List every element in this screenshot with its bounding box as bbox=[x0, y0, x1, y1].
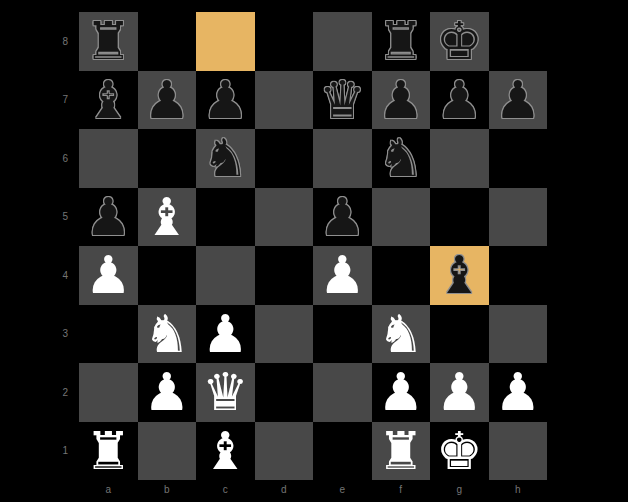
square-e6[interactable] bbox=[313, 129, 372, 188]
rank-label-5: 5 bbox=[54, 188, 74, 247]
square-c3[interactable]: ♟ bbox=[196, 305, 255, 364]
square-c5[interactable] bbox=[196, 188, 255, 247]
square-b4[interactable] bbox=[138, 246, 197, 305]
square-g5[interactable] bbox=[430, 188, 489, 247]
square-h5[interactable] bbox=[489, 188, 548, 247]
white-pawn[interactable]: ♟ bbox=[202, 305, 249, 364]
square-e2[interactable] bbox=[313, 363, 372, 422]
square-a3[interactable] bbox=[79, 305, 138, 364]
square-d8[interactable] bbox=[255, 12, 314, 71]
square-g4[interactable]: ♝ bbox=[430, 246, 489, 305]
white-knight[interactable]: ♞ bbox=[377, 305, 424, 364]
square-a4[interactable]: ♟ bbox=[79, 246, 138, 305]
square-b3[interactable]: ♞ bbox=[138, 305, 197, 364]
square-c7[interactable]: ♟ bbox=[196, 71, 255, 130]
square-g7[interactable]: ♟ bbox=[430, 71, 489, 130]
file-label-h: h bbox=[489, 480, 548, 498]
white-bishop[interactable]: ♝ bbox=[143, 188, 190, 247]
square-a2[interactable] bbox=[79, 363, 138, 422]
square-h2[interactable]: ♟ bbox=[489, 363, 548, 422]
square-h3[interactable] bbox=[489, 305, 548, 364]
rank-labels: 87654321 bbox=[54, 12, 74, 480]
square-f3[interactable]: ♞ bbox=[372, 305, 431, 364]
black-pawn[interactable]: ♟ bbox=[143, 71, 190, 130]
square-f8[interactable]: ♜ bbox=[372, 12, 431, 71]
black-pawn[interactable]: ♟ bbox=[436, 71, 483, 130]
square-e8[interactable] bbox=[313, 12, 372, 71]
square-c8[interactable] bbox=[196, 12, 255, 71]
square-d2[interactable] bbox=[255, 363, 314, 422]
square-c1[interactable]: ♝ bbox=[196, 422, 255, 481]
square-c4[interactable] bbox=[196, 246, 255, 305]
square-d1[interactable] bbox=[255, 422, 314, 481]
rank-label-7: 7 bbox=[54, 71, 74, 130]
white-pawn[interactable]: ♟ bbox=[377, 363, 424, 422]
file-label-a: a bbox=[79, 480, 138, 498]
square-e7[interactable]: ♛ bbox=[313, 71, 372, 130]
square-f6[interactable]: ♞ bbox=[372, 129, 431, 188]
file-label-e: e bbox=[313, 480, 372, 498]
square-f5[interactable] bbox=[372, 188, 431, 247]
black-rook[interactable]: ♜ bbox=[85, 12, 132, 71]
rank-label-8: 8 bbox=[54, 12, 74, 71]
square-d4[interactable] bbox=[255, 246, 314, 305]
white-bishop[interactable]: ♝ bbox=[202, 422, 249, 481]
square-h4[interactable] bbox=[489, 246, 548, 305]
square-c2[interactable]: ♛ bbox=[196, 363, 255, 422]
square-g3[interactable] bbox=[430, 305, 489, 364]
file-label-d: d bbox=[255, 480, 314, 498]
square-b7[interactable]: ♟ bbox=[138, 71, 197, 130]
square-f7[interactable]: ♟ bbox=[372, 71, 431, 130]
square-b2[interactable]: ♟ bbox=[138, 363, 197, 422]
square-e1[interactable] bbox=[313, 422, 372, 481]
black-pawn[interactable]: ♟ bbox=[202, 71, 249, 130]
black-queen[interactable]: ♛ bbox=[319, 71, 366, 130]
white-pawn[interactable]: ♟ bbox=[319, 246, 366, 305]
black-knight[interactable]: ♞ bbox=[377, 129, 424, 188]
white-rook[interactable]: ♜ bbox=[85, 422, 132, 481]
square-h6[interactable] bbox=[489, 129, 548, 188]
square-d3[interactable] bbox=[255, 305, 314, 364]
black-knight[interactable]: ♞ bbox=[202, 129, 249, 188]
square-f1[interactable]: ♜ bbox=[372, 422, 431, 481]
square-a7[interactable]: ♝ bbox=[79, 71, 138, 130]
black-king[interactable]: ♚ bbox=[436, 12, 483, 71]
rank-label-1: 1 bbox=[54, 422, 74, 481]
square-e5[interactable]: ♟ bbox=[313, 188, 372, 247]
square-g2[interactable]: ♟ bbox=[430, 363, 489, 422]
square-a1[interactable]: ♜ bbox=[79, 422, 138, 481]
rank-label-6: 6 bbox=[54, 129, 74, 188]
black-pawn[interactable]: ♟ bbox=[85, 188, 132, 247]
square-h8[interactable] bbox=[489, 12, 548, 71]
square-e4[interactable]: ♟ bbox=[313, 246, 372, 305]
square-b5[interactable]: ♝ bbox=[138, 188, 197, 247]
file-labels: abcdefgh bbox=[79, 480, 547, 498]
file-label-c: c bbox=[196, 480, 255, 498]
white-pawn[interactable]: ♟ bbox=[143, 363, 190, 422]
square-g6[interactable] bbox=[430, 129, 489, 188]
black-pawn[interactable]: ♟ bbox=[319, 188, 366, 247]
square-a6[interactable] bbox=[79, 129, 138, 188]
white-queen[interactable]: ♛ bbox=[202, 363, 249, 422]
square-d6[interactable] bbox=[255, 129, 314, 188]
rank-label-2: 2 bbox=[54, 363, 74, 422]
square-d7[interactable] bbox=[255, 71, 314, 130]
square-h7[interactable]: ♟ bbox=[489, 71, 548, 130]
square-b6[interactable] bbox=[138, 129, 197, 188]
black-bishop[interactable]: ♝ bbox=[436, 246, 483, 305]
white-king[interactable]: ♚ bbox=[436, 422, 483, 481]
square-f2[interactable]: ♟ bbox=[372, 363, 431, 422]
square-e3[interactable] bbox=[313, 305, 372, 364]
rank-label-4: 4 bbox=[54, 246, 74, 305]
square-h1[interactable] bbox=[489, 422, 548, 481]
white-pawn[interactable]: ♟ bbox=[494, 363, 541, 422]
square-d5[interactable] bbox=[255, 188, 314, 247]
chess-app: 87654321 ♜♜♚♝♟♟♛♟♟♟♞♞♟♝♟♟♟♝♞♟♞♟♛♟♟♟♜♝♜♚ … bbox=[0, 0, 628, 502]
square-g1[interactable]: ♚ bbox=[430, 422, 489, 481]
black-pawn[interactable]: ♟ bbox=[494, 71, 541, 130]
rank-label-3: 3 bbox=[54, 305, 74, 364]
black-rook[interactable]: ♜ bbox=[377, 12, 424, 71]
square-g8[interactable]: ♚ bbox=[430, 12, 489, 71]
chess-board[interactable]: ♜♜♚♝♟♟♛♟♟♟♞♞♟♝♟♟♟♝♞♟♞♟♛♟♟♟♜♝♜♚ bbox=[79, 12, 547, 480]
square-a8[interactable]: ♜ bbox=[79, 12, 138, 71]
square-a5[interactable]: ♟ bbox=[79, 188, 138, 247]
square-c6[interactable]: ♞ bbox=[196, 129, 255, 188]
square-f4[interactable] bbox=[372, 246, 431, 305]
black-bishop[interactable]: ♝ bbox=[85, 71, 132, 130]
square-b8[interactable] bbox=[138, 12, 197, 71]
file-label-f: f bbox=[372, 480, 431, 498]
square-b1[interactable] bbox=[138, 422, 197, 481]
file-label-b: b bbox=[138, 480, 197, 498]
black-pawn[interactable]: ♟ bbox=[377, 71, 424, 130]
white-pawn[interactable]: ♟ bbox=[85, 246, 132, 305]
white-rook[interactable]: ♜ bbox=[377, 422, 424, 481]
white-knight[interactable]: ♞ bbox=[143, 305, 190, 364]
white-pawn[interactable]: ♟ bbox=[436, 363, 483, 422]
file-label-g: g bbox=[430, 480, 489, 498]
